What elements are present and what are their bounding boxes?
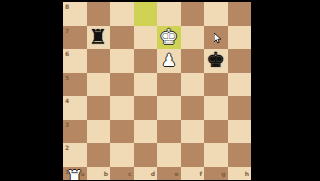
rank-label-7: 7 [65,27,69,34]
file-label-g: g [221,170,225,177]
board-grid: 87♜♚6♟♚54321♜ [63,2,251,180]
square-f2[interactable] [181,143,205,167]
square-d6[interactable] [134,49,158,73]
square-c7[interactable] [110,26,134,50]
square-e7[interactable]: ♚ [157,26,181,50]
square-a1[interactable]: 1♜ [63,167,87,181]
square-c3[interactable] [110,120,134,144]
square-e5[interactable] [157,73,181,97]
file-label-b: b [104,170,108,177]
file-label-c: c [128,170,132,177]
square-c8[interactable] [110,2,134,26]
square-e4[interactable] [157,96,181,120]
chess-board[interactable]: 87♜♚6♟♚54321♜ abcdefgh [63,2,251,180]
square-b3[interactable] [87,120,111,144]
square-a2[interactable]: 2 [63,143,87,167]
square-d4[interactable] [134,96,158,120]
square-f3[interactable] [181,120,205,144]
square-g3[interactable] [204,120,228,144]
square-e2[interactable] [157,143,181,167]
square-e3[interactable] [157,120,181,144]
square-b4[interactable] [87,96,111,120]
square-e8[interactable] [157,2,181,26]
square-g4[interactable] [204,96,228,120]
square-b2[interactable] [87,143,111,167]
square-a8[interactable]: 8 [63,2,87,26]
square-g8[interactable] [204,2,228,26]
white-king[interactable]: ♚ [157,26,181,50]
square-b5[interactable] [87,73,111,97]
square-c4[interactable] [110,96,134,120]
rank-label-4: 4 [65,97,69,104]
square-h5[interactable] [228,73,252,97]
square-d7[interactable] [134,26,158,50]
square-h3[interactable] [228,120,252,144]
file-label-h: h [245,170,249,177]
square-h8[interactable] [228,2,252,26]
square-f4[interactable] [181,96,205,120]
mouse-cursor-icon [214,29,222,48]
square-f6[interactable] [181,49,205,73]
square-h4[interactable] [228,96,252,120]
square-h2[interactable] [228,143,252,167]
square-b6[interactable] [87,49,111,73]
square-a5[interactable]: 5 [63,73,87,97]
square-g2[interactable] [204,143,228,167]
file-label-d: d [151,170,155,177]
file-label-e: e [174,170,178,177]
square-f5[interactable] [181,73,205,97]
black-king[interactable]: ♚ [204,49,228,73]
square-h6[interactable] [228,49,252,73]
square-g6[interactable]: ♚ [204,49,228,73]
rank-label-6: 6 [65,50,69,57]
square-d5[interactable] [134,73,158,97]
square-a3[interactable]: 3 [63,120,87,144]
square-a4[interactable]: 4 [63,96,87,120]
rank-label-8: 8 [65,3,69,10]
square-e6[interactable]: ♟ [157,49,181,73]
black-rook[interactable]: ♜ [87,26,111,50]
square-d8[interactable] [134,2,158,26]
square-c6[interactable] [110,49,134,73]
square-b7[interactable]: ♜ [87,26,111,50]
square-f8[interactable] [181,2,205,26]
rank-label-5: 5 [65,74,69,81]
square-c5[interactable] [110,73,134,97]
white-pawn[interactable]: ♟ [157,49,181,73]
file-label-f: f [199,170,202,177]
square-d2[interactable] [134,143,158,167]
square-a6[interactable]: 6 [63,49,87,73]
square-g5[interactable] [204,73,228,97]
square-a7[interactable]: 7 [63,26,87,50]
rank-label-3: 3 [65,121,69,128]
square-b8[interactable] [87,2,111,26]
white-rook[interactable]: ♜ [63,167,87,181]
square-c2[interactable] [110,143,134,167]
square-f7[interactable] [181,26,205,50]
square-h7[interactable] [228,26,252,50]
rank-label-2: 2 [65,144,69,151]
square-d3[interactable] [134,120,158,144]
